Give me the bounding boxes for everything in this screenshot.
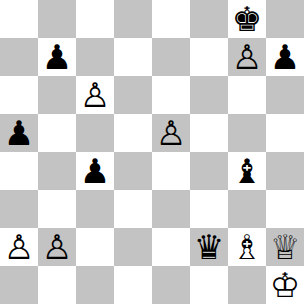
square-a1[interactable] bbox=[0, 266, 38, 304]
black-pawn[interactable]: ♟ bbox=[4, 114, 34, 152]
square-h4[interactable] bbox=[266, 152, 304, 190]
square-f7[interactable] bbox=[190, 38, 228, 76]
square-d4[interactable] bbox=[114, 152, 152, 190]
square-e5[interactable]: ♙ bbox=[152, 114, 190, 152]
square-g1[interactable] bbox=[228, 266, 266, 304]
square-c8[interactable] bbox=[76, 0, 114, 38]
square-h7[interactable]: ♟ bbox=[266, 38, 304, 76]
black-pawn[interactable]: ♟ bbox=[80, 152, 110, 190]
square-e6[interactable] bbox=[152, 76, 190, 114]
square-c7[interactable] bbox=[76, 38, 114, 76]
square-b4[interactable] bbox=[38, 152, 76, 190]
square-h5[interactable] bbox=[266, 114, 304, 152]
square-d2[interactable] bbox=[114, 228, 152, 266]
square-e4[interactable] bbox=[152, 152, 190, 190]
square-e7[interactable] bbox=[152, 38, 190, 76]
square-d3[interactable] bbox=[114, 190, 152, 228]
square-d5[interactable] bbox=[114, 114, 152, 152]
square-d8[interactable] bbox=[114, 0, 152, 38]
square-c2[interactable] bbox=[76, 228, 114, 266]
square-h6[interactable] bbox=[266, 76, 304, 114]
square-c4[interactable]: ♟ bbox=[76, 152, 114, 190]
square-a3[interactable] bbox=[0, 190, 38, 228]
square-a6[interactable] bbox=[0, 76, 38, 114]
square-g6[interactable] bbox=[228, 76, 266, 114]
square-c5[interactable] bbox=[76, 114, 114, 152]
square-f2[interactable]: ♛ bbox=[190, 228, 228, 266]
square-a4[interactable] bbox=[0, 152, 38, 190]
white-pawn[interactable]: ♙ bbox=[232, 38, 262, 76]
square-f6[interactable] bbox=[190, 76, 228, 114]
square-e8[interactable] bbox=[152, 0, 190, 38]
square-d1[interactable] bbox=[114, 266, 152, 304]
square-h3[interactable] bbox=[266, 190, 304, 228]
white-pawn[interactable]: ♙ bbox=[4, 228, 34, 266]
square-f8[interactable] bbox=[190, 0, 228, 38]
square-b2[interactable]: ♙ bbox=[38, 228, 76, 266]
square-f4[interactable] bbox=[190, 152, 228, 190]
white-pawn[interactable]: ♙ bbox=[156, 114, 186, 152]
square-b1[interactable] bbox=[38, 266, 76, 304]
white-king[interactable]: ♔ bbox=[270, 266, 300, 304]
chess-board: ♚♟♙♟♙♟♙♟♝♙♙♛♗♕♔ bbox=[0, 0, 304, 304]
square-a7[interactable] bbox=[0, 38, 38, 76]
square-f5[interactable] bbox=[190, 114, 228, 152]
square-h1[interactable]: ♔ bbox=[266, 266, 304, 304]
black-bishop[interactable]: ♝ bbox=[232, 152, 262, 190]
black-king[interactable]: ♚ bbox=[232, 0, 262, 38]
black-pawn[interactable]: ♟ bbox=[270, 38, 300, 76]
square-c1[interactable] bbox=[76, 266, 114, 304]
square-e1[interactable] bbox=[152, 266, 190, 304]
square-g8[interactable]: ♚ bbox=[228, 0, 266, 38]
square-c6[interactable]: ♙ bbox=[76, 76, 114, 114]
square-f3[interactable] bbox=[190, 190, 228, 228]
square-e3[interactable] bbox=[152, 190, 190, 228]
square-h2[interactable]: ♕ bbox=[266, 228, 304, 266]
square-h8[interactable] bbox=[266, 0, 304, 38]
square-g4[interactable]: ♝ bbox=[228, 152, 266, 190]
square-b3[interactable] bbox=[38, 190, 76, 228]
square-a2[interactable]: ♙ bbox=[0, 228, 38, 266]
square-b5[interactable] bbox=[38, 114, 76, 152]
black-queen[interactable]: ♛ bbox=[194, 228, 224, 266]
square-g2[interactable]: ♗ bbox=[228, 228, 266, 266]
square-b7[interactable]: ♟ bbox=[38, 38, 76, 76]
square-g7[interactable]: ♙ bbox=[228, 38, 266, 76]
square-d7[interactable] bbox=[114, 38, 152, 76]
white-queen[interactable]: ♕ bbox=[270, 228, 300, 266]
square-b6[interactable] bbox=[38, 76, 76, 114]
black-pawn[interactable]: ♟ bbox=[42, 38, 72, 76]
square-e2[interactable] bbox=[152, 228, 190, 266]
square-b8[interactable] bbox=[38, 0, 76, 38]
white-pawn[interactable]: ♙ bbox=[80, 76, 110, 114]
square-c3[interactable] bbox=[76, 190, 114, 228]
square-a8[interactable] bbox=[0, 0, 38, 38]
white-bishop[interactable]: ♗ bbox=[232, 228, 262, 266]
square-a5[interactable]: ♟ bbox=[0, 114, 38, 152]
square-f1[interactable] bbox=[190, 266, 228, 304]
square-g3[interactable] bbox=[228, 190, 266, 228]
square-d6[interactable] bbox=[114, 76, 152, 114]
square-g5[interactable] bbox=[228, 114, 266, 152]
white-pawn[interactable]: ♙ bbox=[42, 228, 72, 266]
